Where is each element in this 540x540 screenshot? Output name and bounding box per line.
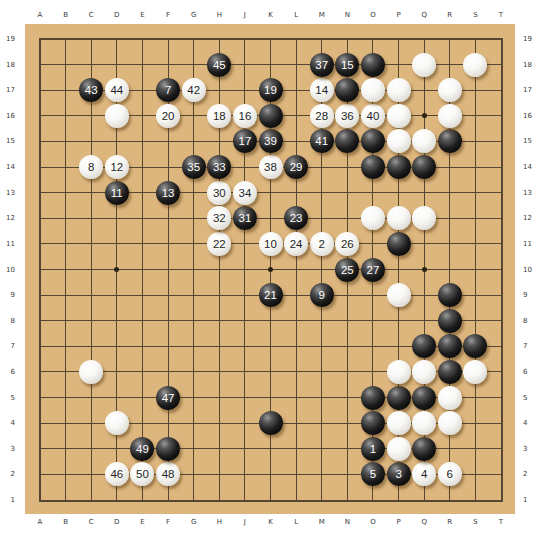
move-number: 36 [341,110,354,122]
black-stone-F13-move-13[interactable]: 13 [156,181,180,205]
move-number: 24 [290,238,303,250]
move-number: 9 [318,289,324,301]
col-label-top-R: R [442,11,458,19]
row-label-left-14: 14 [0,163,15,171]
row-label-left-18: 18 [0,61,15,69]
move-number: 49 [136,443,149,455]
move-number: 6 [447,468,453,480]
move-number: 29 [290,161,303,173]
move-number: 46 [110,468,123,480]
black-stone-G14-move-35[interactable]: 35 [182,155,206,179]
black-stone-N10-move-25[interactable]: 25 [335,258,359,282]
black-stone-F5-move-47[interactable]: 47 [156,386,180,410]
move-number: 23 [290,212,303,224]
col-label-bottom-C: C [83,518,99,526]
move-number: 17 [238,135,251,147]
move-number: 28 [315,110,328,122]
move-number: 4 [421,468,427,480]
row-label-left-15: 15 [0,137,15,145]
col-label-bottom-T: T [493,518,509,526]
black-stone-M18-move-37[interactable]: 37 [310,53,334,77]
col-label-top-J: J [237,11,253,19]
move-number: 42 [187,84,200,96]
move-number: 8 [88,161,94,173]
col-label-bottom-A: A [32,518,48,526]
row-label-right-12: 12 [523,214,538,222]
col-label-bottom-F: F [160,518,176,526]
move-number: 10 [264,238,277,250]
white-stone-R5[interactable] [438,386,462,410]
move-number: 27 [366,264,379,276]
row-label-right-4: 4 [523,419,538,427]
col-label-top-C: C [83,11,99,19]
go-board[interactable]: 1234567891011121314151617181920212223242… [25,24,515,514]
row-label-right-18: 18 [523,61,538,69]
move-number: 41 [315,135,328,147]
move-number: 45 [213,59,226,71]
white-stone-P15[interactable] [387,129,411,153]
row-label-left-10: 10 [0,266,15,274]
black-stone-Q3[interactable] [412,437,436,461]
row-label-right-15: 15 [523,137,538,145]
white-stone-P3[interactable] [387,437,411,461]
black-stone-K4[interactable] [259,411,283,435]
white-stone-D14-move-12[interactable]: 12 [105,155,129,179]
grid-line-vertical [475,39,476,500]
white-stone-M17-move-14[interactable]: 14 [310,78,334,102]
move-number: 38 [264,161,277,173]
move-number: 47 [162,392,175,404]
black-stone-K16[interactable] [259,104,283,128]
black-stone-K17-move-19[interactable]: 19 [259,78,283,102]
black-stone-Q5[interactable] [412,386,436,410]
white-stone-N16-move-36[interactable]: 36 [335,104,359,128]
row-label-right-2: 2 [523,470,538,478]
col-label-bottom-L: L [288,518,304,526]
white-stone-C6[interactable] [79,360,103,384]
col-label-top-P: P [391,11,407,19]
row-label-left-16: 16 [0,112,15,120]
col-label-bottom-R: R [442,518,458,526]
row-label-right-16: 16 [523,112,538,120]
col-label-top-F: F [160,11,176,19]
white-stone-P16[interactable] [387,104,411,128]
row-label-left-8: 8 [0,317,15,325]
move-number: 39 [264,135,277,147]
white-stone-K11-move-10[interactable]: 10 [259,232,283,256]
black-stone-O4[interactable] [361,411,385,435]
move-number: 11 [111,187,123,199]
move-number: 13 [162,187,175,199]
col-label-bottom-P: P [391,518,407,526]
black-stone-K9-move-21[interactable]: 21 [259,283,283,307]
white-stone-P6[interactable] [387,360,411,384]
col-label-top-L: L [288,11,304,19]
move-number: 15 [341,59,354,71]
row-label-right-17: 17 [523,86,538,94]
move-number: 37 [315,59,328,71]
row-label-left-7: 7 [0,342,15,350]
col-label-top-E: E [134,11,150,19]
move-number: 5 [370,468,376,480]
white-stone-F16-move-20[interactable]: 20 [156,104,180,128]
white-stone-K14-move-38[interactable]: 38 [259,155,283,179]
row-label-right-14: 14 [523,163,538,171]
white-stone-Q18[interactable] [412,53,436,77]
black-stone-P5[interactable] [387,386,411,410]
row-label-right-7: 7 [523,342,538,350]
white-stone-O16-move-40[interactable]: 40 [361,104,385,128]
move-number: 12 [110,161,123,173]
move-number: 34 [238,187,251,199]
col-label-bottom-H: H [211,518,227,526]
move-number: 35 [187,161,200,173]
move-number: 2 [318,238,324,250]
move-number: 48 [162,468,175,480]
black-stone-H18-move-45[interactable]: 45 [207,53,231,77]
white-stone-P9[interactable] [387,283,411,307]
row-label-right-8: 8 [523,317,538,325]
row-label-left-9: 9 [0,291,15,299]
white-stone-O17[interactable] [361,78,385,102]
move-number: 40 [366,110,379,122]
black-stone-M15-move-41[interactable]: 41 [310,129,334,153]
black-stone-F3[interactable] [156,437,180,461]
move-number: 30 [213,187,226,199]
row-label-left-1: 1 [0,496,15,504]
white-stone-D17-move-44[interactable]: 44 [105,78,129,102]
row-label-right-9: 9 [523,291,538,299]
white-stone-R16[interactable] [438,104,462,128]
col-label-top-D: D [109,11,125,19]
row-label-right-3: 3 [523,445,538,453]
col-label-top-M: M [314,11,330,19]
move-number: 20 [162,110,175,122]
col-label-top-K: K [263,11,279,19]
move-number: 14 [315,84,328,96]
white-stone-G17-move-42[interactable]: 42 [182,78,206,102]
col-label-top-O: O [365,11,381,19]
white-stone-R17[interactable] [438,78,462,102]
col-label-top-Q: Q [416,11,432,19]
row-label-left-4: 4 [0,419,15,427]
col-label-bottom-N: N [339,518,355,526]
white-stone-J13-move-34[interactable]: 34 [233,181,257,205]
row-label-left-5: 5 [0,394,15,402]
star-point-K10 [268,267,273,272]
col-label-bottom-G: G [186,518,202,526]
white-stone-J16-move-16[interactable]: 16 [233,104,257,128]
col-label-top-T: T [493,11,509,19]
black-stone-L14-move-29[interactable]: 29 [284,155,308,179]
grid-line-horizontal [40,500,501,501]
row-label-left-17: 17 [0,86,15,94]
row-label-right-13: 13 [523,189,538,197]
black-stone-P2-move-3[interactable]: 3 [387,462,411,486]
white-stone-P17[interactable] [387,78,411,102]
row-label-left-12: 12 [0,214,15,222]
white-stone-M16-move-28[interactable]: 28 [310,104,334,128]
black-stone-R9[interactable] [438,283,462,307]
col-label-top-A: A [32,11,48,19]
white-stone-M11-move-2[interactable]: 2 [310,232,334,256]
go-diagram: AABBCCDDEEFFGGHHJJKKLLMMNNOOPPQQRRSSTT19… [0,0,540,540]
move-number: 25 [341,264,354,276]
black-stone-O18[interactable] [361,53,385,77]
move-number: 33 [213,161,226,173]
col-label-top-G: G [186,11,202,19]
move-number: 21 [264,289,277,301]
black-stone-D13-move-11[interactable]: 11 [105,181,129,205]
row-label-left-13: 13 [0,189,15,197]
white-stone-H13-move-30[interactable]: 30 [207,181,231,205]
col-label-top-S: S [467,11,483,19]
row-label-right-10: 10 [523,266,538,274]
move-number: 7 [165,84,171,96]
move-number: 19 [264,84,277,96]
black-stone-M9-move-9[interactable]: 9 [310,283,334,307]
row-label-left-11: 11 [0,240,15,248]
col-label-top-N: N [339,11,355,19]
row-label-right-5: 5 [523,394,538,402]
move-number: 43 [85,84,98,96]
move-number: 22 [213,238,226,250]
move-number: 44 [110,84,123,96]
white-stone-S18[interactable] [463,53,487,77]
move-number: 18 [213,110,226,122]
col-label-bottom-J: J [237,518,253,526]
white-stone-H16-move-18[interactable]: 18 [207,104,231,128]
black-stone-P14[interactable] [387,155,411,179]
col-label-bottom-M: M [314,518,330,526]
white-stone-L11-move-24[interactable]: 24 [284,232,308,256]
row-label-left-3: 3 [0,445,15,453]
grid-line-vertical [296,39,297,500]
row-label-right-1: 1 [523,496,538,504]
col-label-bottom-B: B [58,518,74,526]
grid-line-horizontal [40,320,501,321]
col-label-top-B: B [58,11,74,19]
col-label-top-H: H [211,11,227,19]
white-stone-D16[interactable] [105,104,129,128]
white-stone-Q6[interactable] [412,360,436,384]
row-label-right-19: 19 [523,35,538,43]
black-stone-O14[interactable] [361,155,385,179]
white-stone-P12[interactable] [387,206,411,230]
row-label-left-6: 6 [0,368,15,376]
col-label-bottom-E: E [134,518,150,526]
move-number: 26 [341,238,354,250]
black-stone-N18-move-15[interactable]: 15 [335,53,359,77]
black-stone-P11[interactable] [387,232,411,256]
black-stone-R7[interactable] [438,334,462,358]
white-stone-D4[interactable] [105,411,129,435]
move-number: 32 [213,212,226,224]
col-label-bottom-O: O [365,518,381,526]
col-label-bottom-S: S [467,518,483,526]
row-label-left-2: 2 [0,470,15,478]
col-label-bottom-Q: Q [416,518,432,526]
move-number: 50 [136,468,149,480]
black-stone-R8[interactable] [438,309,462,333]
move-number: 31 [238,212,251,224]
move-number: 1 [370,443,376,455]
grid-line-vertical [501,39,502,500]
row-label-right-6: 6 [523,368,538,376]
white-stone-R4[interactable] [438,411,462,435]
row-label-right-11: 11 [523,240,538,248]
white-stone-P4[interactable] [387,411,411,435]
move-number: 16 [238,110,251,122]
black-stone-O3-move-1[interactable]: 1 [361,437,385,461]
black-stone-O10-move-27[interactable]: 27 [361,258,385,282]
black-stone-K15-move-39[interactable]: 39 [259,129,283,153]
black-stone-O5[interactable] [361,386,385,410]
move-number: 3 [395,468,401,480]
col-label-bottom-K: K [263,518,279,526]
star-point-Q10 [422,267,427,272]
black-stone-R6[interactable] [438,360,462,384]
col-label-bottom-D: D [109,518,125,526]
row-label-left-19: 19 [0,35,15,43]
